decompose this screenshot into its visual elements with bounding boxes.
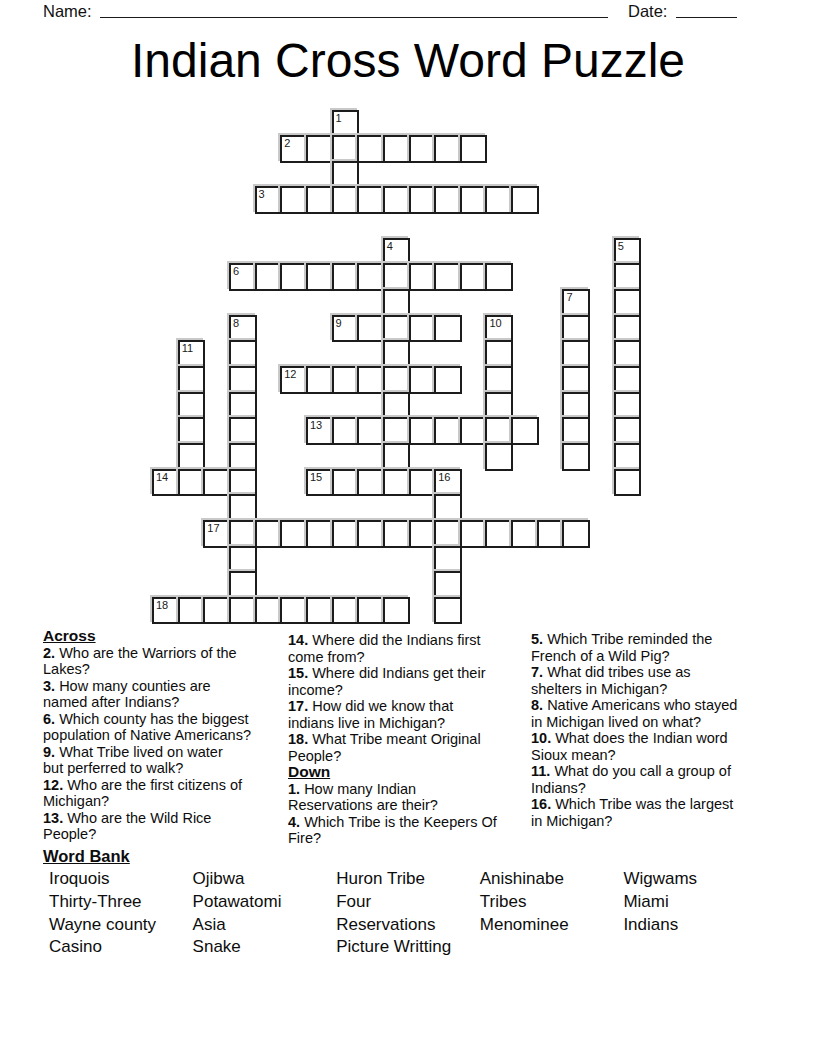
cell-number-18: 18: [156, 599, 168, 611]
grid-cell-r12c6[interactable]: 13: [306, 417, 334, 445]
grid-cell-r9c9[interactable]: [383, 340, 411, 368]
grid-cell-r12c13[interactable]: [485, 417, 513, 445]
grid-cell-r1c11[interactable]: [434, 135, 462, 163]
grid-cell-r12c7[interactable]: [332, 417, 360, 445]
grid-cell-r14c3[interactable]: [229, 469, 257, 497]
grid-cell-r6c4[interactable]: [255, 263, 283, 291]
word-bank-item: Wayne county: [49, 914, 193, 937]
name-label: Name:: [43, 2, 92, 20]
word-bank-item: Iroquois: [49, 868, 193, 891]
grid-cell-r12c18[interactable]: [614, 417, 642, 445]
clue-6: 6. Which county has the biggest populati…: [43, 711, 287, 744]
grid-cell-r11c1[interactable]: [178, 392, 206, 420]
grid-cell-r6c6[interactable]: [306, 263, 334, 291]
grid-cell-r2c7[interactable]: [332, 161, 360, 189]
word-bank-item: Indians: [623, 914, 767, 937]
word-bank-item: Asia: [193, 914, 337, 937]
grid-cell-r14c7[interactable]: [332, 469, 360, 497]
clue-number: 8.: [531, 697, 547, 713]
word-bank-grid: IroquoisOjibwaHuron TribeAnishinabeWigwa…: [49, 868, 767, 959]
clue-number: 12.: [43, 777, 67, 793]
grid-cell-r16c6[interactable]: [306, 520, 334, 548]
clue-text: How many Indian Reservations are their?: [288, 781, 438, 814]
clues-column-2: 14. Where did the Indians first come fro…: [288, 628, 532, 847]
grid-cell-r6c13[interactable]: [485, 263, 513, 291]
grid-cell-r19c11[interactable]: [434, 597, 462, 625]
clue-17: 17. How did we know that indians live in…: [288, 698, 532, 731]
clue-text: Which Tribe reminded the French of a Wil…: [531, 631, 712, 664]
grid-cell-r19c5[interactable]: [280, 597, 308, 625]
cell-number-10: 10: [489, 317, 501, 329]
grid-cell-r12c9[interactable]: [383, 417, 411, 445]
grid-cell-r3c9[interactable]: [383, 186, 411, 214]
cell-number-8: 8: [233, 317, 239, 329]
clue-number: 13.: [43, 810, 67, 826]
grid-cell-r1c10[interactable]: [409, 135, 437, 163]
name-line[interactable]: [100, 1, 608, 18]
grid-cell-r8c9[interactable]: [383, 315, 411, 343]
grid-cell-r9c13[interactable]: [485, 340, 513, 368]
word-bank-item: Miami: [623, 891, 767, 914]
grid-cell-r11c9[interactable]: [383, 392, 411, 420]
grid-cell-r14c2[interactable]: [203, 469, 231, 497]
grid-cell-r12c10[interactable]: [409, 417, 437, 445]
clue-14: 14. Where did the Indians first come fro…: [288, 632, 532, 665]
grid-cell-r10c8[interactable]: [357, 366, 385, 394]
grid-cell-r6c12[interactable]: [460, 263, 488, 291]
grid-cell-r13c1[interactable]: [178, 443, 206, 471]
grid-cell-r19c6[interactable]: [306, 597, 334, 625]
grid-cell-r13c3[interactable]: [229, 443, 257, 471]
word-bank-item: Menominee: [480, 914, 624, 937]
grid-cell-r6c5[interactable]: [280, 263, 308, 291]
cell-number-4: 4: [387, 240, 393, 252]
grid-cell-r5c18[interactable]: 5: [614, 238, 642, 266]
grid-cell-r1c5[interactable]: 2: [280, 135, 308, 163]
cell-number-3: 3: [259, 188, 265, 200]
grid-cell-r7c9[interactable]: [383, 289, 411, 317]
clue-text: Native Americans who stayed in Michigan …: [531, 697, 737, 730]
grid-cell-r9c18[interactable]: [614, 340, 642, 368]
grid-cell-r8c18[interactable]: [614, 315, 642, 343]
clue-number: 17.: [288, 698, 312, 714]
grid-cell-r7c18[interactable]: [614, 289, 642, 317]
cell-number-5: 5: [618, 240, 624, 252]
grid-cell-r8c8[interactable]: [357, 315, 385, 343]
clue-15: 15. Where did Indians get their income?: [288, 665, 532, 698]
word-bank-item: Wigwams: [623, 868, 767, 891]
grid-cell-r10c13[interactable]: [485, 366, 513, 394]
clue-13: 13. Who are the Wild Rice People?: [43, 810, 287, 843]
clue-text: What did tribes use as shelters in Michi…: [531, 664, 691, 697]
grid-cell-r11c16[interactable]: [562, 392, 590, 420]
clues-down-heading: Down: [288, 764, 532, 781]
grid-cell-r19c1[interactable]: [178, 597, 206, 625]
clue-11: 11. What do you call a group of Indians?: [531, 763, 775, 796]
clue-2: 2. Who are the Warriors of the Lakes?: [43, 645, 287, 678]
grid-cell-r13c18[interactable]: [614, 443, 642, 471]
word-bank-item: Anishinabe: [480, 868, 624, 891]
crossword-grid: 123456789101112131415161718: [152, 110, 644, 627]
clue-4: 4. Which Tribe is the Keepers Of Fire?: [288, 814, 532, 847]
grid-cell-r19c8[interactable]: [357, 597, 385, 625]
word-bank-item: Thirty-Three: [49, 891, 193, 914]
grid-cell-r6c18[interactable]: [614, 263, 642, 291]
grid-cell-r18c11[interactable]: [434, 571, 462, 599]
grid-cell-r16c11[interactable]: [434, 520, 462, 548]
clue-number: 2.: [43, 645, 59, 661]
grid-cell-r3c14[interactable]: [511, 186, 539, 214]
clue-10: 10. What does the Indian word Sioux mean…: [531, 730, 775, 763]
grid-cell-r14c0[interactable]: 14: [152, 469, 180, 497]
clue-text: Which Tribe was the largest in Michigan?: [531, 796, 733, 829]
clue-number: 5.: [531, 631, 547, 647]
grid-cell-r10c9[interactable]: [383, 366, 411, 394]
grid-cell-r16c14[interactable]: [511, 520, 539, 548]
grid-cell-r3c8[interactable]: [357, 186, 385, 214]
grid-cell-r8c3[interactable]: 8: [229, 315, 257, 343]
grid-cell-r3c11[interactable]: [434, 186, 462, 214]
grid-cell-r11c3[interactable]: [229, 392, 257, 420]
grid-cell-r6c10[interactable]: [409, 263, 437, 291]
clue-text: Where did Indians get their income?: [288, 665, 485, 698]
cell-number-9: 9: [336, 317, 342, 329]
clue-number: 15.: [288, 665, 312, 681]
grid-cell-r16c13[interactable]: [485, 520, 513, 548]
grid-cell-r10c7[interactable]: [332, 366, 360, 394]
grid-cell-r17c3[interactable]: [229, 546, 257, 574]
grid-cell-r3c10[interactable]: [409, 186, 437, 214]
grid-cell-r13c13[interactable]: [485, 443, 513, 471]
grid-cell-r16c10[interactable]: [409, 520, 437, 548]
cell-number-16: 16: [438, 471, 450, 483]
clue-text: Which Tribe is the Keepers Of Fire?: [288, 814, 497, 847]
grid-cell-r6c11[interactable]: [434, 263, 462, 291]
grid-cell-r3c6[interactable]: [306, 186, 334, 214]
grid-cell-r7c16[interactable]: 7: [562, 289, 590, 317]
grid-cell-r16c8[interactable]: [357, 520, 385, 548]
grid-cell-r15c3[interactable]: [229, 494, 257, 522]
word-bank-item: Huron Tribe: [336, 868, 480, 891]
grid-cell-r10c6[interactable]: [306, 366, 334, 394]
grid-cell-r1c7[interactable]: [332, 135, 360, 163]
grid-cell-r3c4[interactable]: 3: [255, 186, 283, 214]
clue-text: What do you call a group of Indians?: [531, 763, 731, 796]
clue-text: Which county has the biggest population …: [43, 711, 251, 744]
grid-cell-r12c3[interactable]: [229, 417, 257, 445]
grid-cell-r12c14[interactable]: [511, 417, 539, 445]
word-bank-heading: Word Bank: [43, 847, 130, 866]
grid-cell-r9c3[interactable]: [229, 340, 257, 368]
grid-cell-r14c11[interactable]: 16: [434, 469, 462, 497]
crossword-worksheet-page: { "game": "crossword", "position": [ "##…: [0, 0, 816, 1056]
grid-cell-r18c3[interactable]: [229, 571, 257, 599]
cell-number-14: 14: [156, 471, 168, 483]
grid-cell-r8c10[interactable]: [409, 315, 437, 343]
clue-text: What does the Indian word Sioux mean?: [531, 730, 728, 763]
grid-cell-r19c7[interactable]: [332, 597, 360, 625]
clue-text: What Tribe lived on water but perferred …: [43, 744, 223, 777]
grid-cell-r16c15[interactable]: [537, 520, 565, 548]
grid-cell-r16c2[interactable]: 17: [203, 520, 231, 548]
grid-cell-r16c12[interactable]: [460, 520, 488, 548]
clue-number: 4.: [288, 814, 304, 830]
grid-cell-r14c18[interactable]: [614, 469, 642, 497]
grid-cell-r6c3[interactable]: 6: [229, 263, 257, 291]
grid-cell-r19c3[interactable]: [229, 597, 257, 625]
clue-7: 7. What did tribes use as shelters in Mi…: [531, 664, 775, 697]
date-line[interactable]: [676, 1, 737, 18]
grid-cell-r19c2[interactable]: [203, 597, 231, 625]
word-bank-item: Snake: [193, 936, 337, 959]
word-bank-item: Casino: [49, 936, 193, 959]
grid-cell-r13c9[interactable]: [383, 443, 411, 471]
clue-8: 8. Native Americans who stayed in Michig…: [531, 697, 775, 730]
grid-cell-r1c12[interactable]: [460, 135, 488, 163]
cell-number-11: 11: [182, 342, 193, 354]
grid-cell-r8c7[interactable]: 9: [332, 315, 360, 343]
grid-cell-r16c9[interactable]: [383, 520, 411, 548]
grid-cell-r10c18[interactable]: [614, 366, 642, 394]
clue-1: 1. How many Indian Reservations are thei…: [288, 781, 532, 814]
grid-cell-r10c3[interactable]: [229, 366, 257, 394]
clues-column-1: Across2. Who are the Warriors of the Lak…: [43, 628, 287, 843]
grid-cell-r1c9[interactable]: [383, 135, 411, 163]
grid-cell-r16c4[interactable]: [255, 520, 283, 548]
grid-cell-r6c8[interactable]: [357, 263, 385, 291]
clue-16: 16. Which Tribe was the largest in Michi…: [531, 796, 775, 829]
grid-cell-r10c16[interactable]: [562, 366, 590, 394]
grid-cell-r12c16[interactable]: [562, 417, 590, 445]
grid-cell-r1c8[interactable]: [357, 135, 385, 163]
grid-cell-r10c10[interactable]: [409, 366, 437, 394]
clue-number: 6.: [43, 711, 59, 727]
cell-number-2: 2: [284, 137, 290, 149]
clue-number: 9.: [43, 744, 59, 760]
clue-text: Where did the Indians first come from?: [288, 632, 481, 665]
grid-cell-r15c11[interactable]: [434, 494, 462, 522]
grid-cell-r19c4[interactable]: [255, 597, 283, 625]
clue-12: 12. Who are the first citizens of Michig…: [43, 777, 287, 810]
grid-cell-r14c8[interactable]: [357, 469, 385, 497]
grid-cell-r10c11[interactable]: [434, 366, 462, 394]
clue-number: 16.: [531, 796, 555, 812]
grid-cell-r16c5[interactable]: [280, 520, 308, 548]
date-label: Date:: [628, 2, 667, 20]
grid-cell-r12c11[interactable]: [434, 417, 462, 445]
cell-number-7: 7: [566, 291, 572, 303]
clue-number: 3.: [43, 678, 59, 694]
clue-number: 7.: [531, 664, 547, 680]
grid-cell-r12c1[interactable]: [178, 417, 206, 445]
word-bank-item: Four: [336, 891, 480, 914]
grid-cell-r6c9[interactable]: [383, 263, 411, 291]
cell-number-1: 1: [336, 112, 342, 124]
grid-cell-r3c7[interactable]: [332, 186, 360, 214]
clue-text: How many counties are named after Indian…: [43, 678, 211, 711]
cell-number-6: 6: [233, 265, 239, 277]
clue-text: Who are the Wild Rice People?: [43, 810, 211, 843]
grid-cell-r14c9[interactable]: [383, 469, 411, 497]
grid-cell-r11c13[interactable]: [485, 392, 513, 420]
grid-cell-r1c6[interactable]: [306, 135, 334, 163]
grid-cell-r10c5[interactable]: 12: [280, 366, 308, 394]
cell-number-12: 12: [284, 368, 296, 380]
clue-number: 10.: [531, 730, 555, 746]
grid-cell-r14c6[interactable]: 15: [306, 469, 334, 497]
word-bank-item: Potawatomi: [193, 891, 337, 914]
clues-column-3: 5. Which Tribe reminded the French of a …: [531, 628, 775, 829]
grid-cell-r5c9[interactable]: 4: [383, 238, 411, 266]
page-title: Indian Cross Word Puzzle: [0, 33, 816, 88]
word-bank-item: Picture Writting: [336, 936, 480, 959]
cell-number-13: 13: [310, 419, 322, 431]
clue-3: 3. How many counties are named after Ind…: [43, 678, 287, 711]
grid-cell-r19c9[interactable]: [383, 597, 411, 625]
clue-text: How did we know that indians live in Mic…: [288, 698, 453, 731]
grid-cell-r16c16[interactable]: [562, 520, 590, 548]
grid-cell-r3c12[interactable]: [460, 186, 488, 214]
clue-number: 11.: [531, 763, 554, 779]
grid-cell-r3c5[interactable]: [280, 186, 308, 214]
grid-cell-r10c1[interactable]: [178, 366, 206, 394]
grid-cell-r8c13[interactable]: 10: [485, 315, 513, 343]
grid-cell-r9c16[interactable]: [562, 340, 590, 368]
grid-cell-r12c12[interactable]: [460, 417, 488, 445]
clue-text: What Tribe meant Original People?: [288, 731, 481, 764]
grid-cell-r11c18[interactable]: [614, 392, 642, 420]
grid-cell-r6c7[interactable]: [332, 263, 360, 291]
grid-cell-r16c3[interactable]: [229, 520, 257, 548]
grid-cell-r0c7[interactable]: 1: [332, 110, 360, 138]
word-bank-item: Tribes: [480, 891, 624, 914]
clue-number: 18.: [288, 731, 312, 747]
clues-across-heading: Across: [43, 628, 287, 645]
word-bank-item: Ojibwa: [193, 868, 337, 891]
word-bank-item: Reservations: [336, 914, 480, 937]
grid-cell-r16c7[interactable]: [332, 520, 360, 548]
clue-text: Who are the first citizens of Michigan?: [43, 777, 242, 810]
grid-cell-r12c8[interactable]: [357, 417, 385, 445]
clue-5: 5. Which Tribe reminded the French of a …: [531, 631, 775, 664]
grid-cell-r3c13[interactable]: [485, 186, 513, 214]
cell-number-17: 17: [207, 522, 219, 534]
grid-cell-r14c10[interactable]: [409, 469, 437, 497]
grid-cell-r19c0[interactable]: 18: [152, 597, 180, 625]
clue-number: 1.: [288, 781, 304, 797]
clue-9: 9. What Tribe lived on water but perferr…: [43, 744, 287, 777]
grid-cell-r8c16[interactable]: [562, 315, 590, 343]
grid-cell-r17c11[interactable]: [434, 546, 462, 574]
grid-cell-r9c1[interactable]: 11: [178, 340, 206, 368]
clue-text: Who are the Warriors of the Lakes?: [43, 645, 237, 678]
cell-number-15: 15: [310, 471, 322, 483]
clue-18: 18. What Tribe meant Original People?: [288, 731, 532, 764]
grid-cell-r8c11[interactable]: [434, 315, 462, 343]
clue-number: 14.: [288, 632, 312, 648]
grid-cell-r13c16[interactable]: [562, 443, 590, 471]
grid-cell-r14c1[interactable]: [178, 469, 206, 497]
